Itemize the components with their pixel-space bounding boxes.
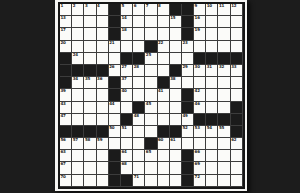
clue-number: 70 [61, 175, 66, 180]
clue-number: 35 [85, 77, 90, 82]
grid-cell[interactable] [84, 89, 96, 101]
grid-cell[interactable] [206, 28, 218, 40]
grid-cell[interactable] [145, 28, 157, 40]
grid-cell[interactable]: 38 [170, 77, 182, 89]
clue-number: 5 [121, 4, 124, 9]
grid-cell[interactable]: 60 [158, 138, 170, 150]
clue-number: 54 [207, 126, 212, 131]
grid-cell[interactable] [145, 16, 157, 28]
grid-cell[interactable]: 18 [121, 28, 133, 40]
clue-number: 63 [61, 150, 66, 155]
black-cell [182, 16, 194, 28]
clue-number: 8 [158, 4, 161, 9]
clue-number: 67 [61, 162, 66, 167]
clue-number: 3 [85, 4, 88, 9]
grid-cell[interactable]: 65 [145, 150, 157, 162]
black-cell [133, 102, 145, 114]
clue-number: 65 [146, 150, 151, 155]
grid-cell[interactable]: 69 [194, 162, 206, 174]
grid-cell[interactable] [218, 138, 230, 150]
grid-cell[interactable] [182, 138, 194, 150]
grid-cell[interactable] [145, 126, 157, 138]
clue-number: 47 [61, 114, 66, 119]
black-cell [182, 4, 194, 16]
grid-cell[interactable] [133, 41, 145, 53]
clue-number: 44 [109, 102, 114, 107]
grid-cell[interactable]: 26 [109, 65, 121, 77]
black-cell [109, 16, 121, 28]
grid-cell[interactable] [231, 77, 243, 89]
clue-number: 7 [146, 4, 149, 9]
grid-cell[interactable] [218, 102, 230, 114]
clue-number: 39 [61, 89, 66, 94]
grid-cell[interactable] [121, 41, 133, 53]
clue-number: 24 [73, 53, 78, 58]
clue-number: 13 [61, 16, 66, 21]
grid-cell[interactable] [170, 41, 182, 53]
grid-cell[interactable]: 2 [72, 4, 84, 16]
black-cell [109, 150, 121, 162]
grid-cell[interactable] [145, 175, 157, 187]
clue-number: 18 [121, 28, 126, 33]
grid-cell[interactable] [97, 41, 109, 53]
grid-cell[interactable] [97, 53, 109, 65]
grid-cell[interactable]: 43 [60, 102, 72, 114]
grid-cell[interactable] [206, 16, 218, 28]
grid-cell[interactable] [194, 41, 206, 53]
clue-number: 68 [121, 162, 126, 167]
grid-cell[interactable]: 40 [121, 89, 133, 101]
clue-number: 64 [121, 150, 126, 155]
grid-cell[interactable] [218, 41, 230, 53]
grid-cell[interactable] [97, 102, 109, 114]
black-cell [182, 102, 194, 114]
clue-number: 15 [170, 16, 175, 21]
grid-cell[interactable]: 72 [194, 175, 206, 187]
grid-cell[interactable]: 25 [145, 53, 157, 65]
black-cell [109, 28, 121, 40]
grid-cell[interactable]: 54 [206, 126, 218, 138]
grid-cell[interactable] [97, 28, 109, 40]
grid-cell[interactable] [218, 16, 230, 28]
grid-cell[interactable] [170, 53, 182, 65]
black-cell [109, 89, 121, 101]
grid-cell[interactable] [97, 162, 109, 174]
clue-number: 1 [61, 4, 64, 9]
grid-cell[interactable]: 52 [182, 126, 194, 138]
black-cell [121, 175, 133, 187]
grid-cell[interactable] [133, 162, 145, 174]
black-cell [182, 89, 194, 101]
clue-number: 72 [195, 175, 200, 180]
clue-number: 45 [146, 102, 151, 107]
grid-cell[interactable] [158, 114, 170, 126]
grid-cell[interactable] [231, 16, 243, 28]
grid-cell[interactable]: 24 [72, 53, 84, 65]
grid-cell[interactable]: 10 [206, 4, 218, 16]
grid-cell[interactable] [72, 102, 84, 114]
clue-number: 53 [195, 126, 200, 131]
grid-cell[interactable]: 3 [84, 4, 96, 16]
grid-cell[interactable]: 4 [97, 4, 109, 16]
grid-cell[interactable] [72, 41, 84, 53]
grid-cell[interactable]: 45 [145, 102, 157, 114]
grid-cell[interactable]: 50 [109, 126, 121, 138]
grid-cell[interactable]: 15 [170, 16, 182, 28]
grid-cell[interactable]: 29 [182, 65, 194, 77]
black-cell [231, 102, 243, 114]
clue-number: 69 [195, 162, 200, 167]
grid-cell[interactable]: 22 [158, 41, 170, 53]
crossword-grid: 1234567891011121314151617181920212223242… [58, 2, 245, 189]
grid-cell[interactable]: 58 [84, 138, 96, 150]
grid-cell[interactable] [145, 162, 157, 174]
grid-cell[interactable] [206, 175, 218, 187]
grid-cell[interactable] [158, 175, 170, 187]
grid-cell[interactable] [121, 102, 133, 114]
black-cell [60, 65, 72, 77]
grid-cell[interactable]: 46 [194, 102, 206, 114]
grid-cell[interactable]: 32 [218, 65, 230, 77]
grid-cell[interactable] [72, 16, 84, 28]
grid-cell[interactable] [72, 175, 84, 187]
grid-cell[interactable] [206, 77, 218, 89]
clue-number: 9 [195, 4, 198, 9]
grid-cell[interactable]: 62 [231, 138, 243, 150]
grid-cell[interactable]: 41 [158, 89, 170, 101]
grid-cell[interactable]: 33 [231, 65, 243, 77]
grid-cell[interactable] [158, 28, 170, 40]
clue-number: 10 [207, 4, 212, 9]
grid-cell[interactable] [84, 150, 96, 162]
clue-number: 57 [73, 138, 78, 143]
grid-cell[interactable]: 31 [206, 65, 218, 77]
clue-number: 30 [195, 65, 200, 70]
clue-number: 41 [158, 89, 163, 94]
clue-number: 6 [134, 4, 137, 9]
black-cell [109, 4, 121, 16]
grid-cell[interactable]: 51 [121, 126, 133, 138]
grid-cell[interactable] [145, 77, 157, 89]
grid-cell[interactable] [133, 89, 145, 101]
grid-cell[interactable] [218, 89, 230, 101]
grid-cell[interactable] [158, 162, 170, 174]
grid-cell[interactable]: 17 [60, 28, 72, 40]
grid-cell[interactable] [84, 41, 96, 53]
grid-cell[interactable] [158, 53, 170, 65]
grid-cell[interactable]: 47 [60, 114, 72, 126]
clue-number: 19 [195, 28, 200, 33]
clue-number: 51 [121, 126, 126, 131]
grid-cell[interactable] [97, 114, 109, 126]
black-cell [182, 175, 194, 187]
grid-cell[interactable]: 12 [231, 4, 243, 16]
clue-number: 42 [195, 89, 200, 94]
grid-cell[interactable]: 67 [60, 162, 72, 174]
grid-cell[interactable]: 48 [133, 114, 145, 126]
clue-number: 58 [85, 138, 90, 143]
grid-cell[interactable]: 44 [109, 102, 121, 114]
grid-cell[interactable]: 55 [218, 126, 230, 138]
grid-cell[interactable] [170, 162, 182, 174]
screenshot-root: 1234567891011121314151617181920212223242… [0, 0, 300, 193]
grid-cell[interactable] [72, 89, 84, 101]
grid-cell[interactable] [206, 138, 218, 150]
grid-cell[interactable]: 61 [170, 138, 182, 150]
clue-number: 55 [219, 126, 224, 131]
grid-cell[interactable] [97, 16, 109, 28]
grid-cell[interactable] [218, 77, 230, 89]
clue-number: 52 [182, 126, 187, 131]
grid-cell[interactable]: 34 [72, 77, 84, 89]
clue-number: 37 [121, 77, 126, 82]
clue-number: 56 [61, 138, 66, 143]
grid-cell[interactable]: 7 [145, 4, 157, 16]
grid-cell[interactable] [206, 41, 218, 53]
grid-cell[interactable] [182, 77, 194, 89]
grid-cell[interactable]: 8 [158, 4, 170, 16]
grid-cell[interactable] [170, 102, 182, 114]
clue-number: 20 [61, 41, 66, 46]
clue-number: 61 [170, 138, 175, 143]
grid-cell[interactable] [133, 77, 145, 89]
clue-number: 43 [61, 102, 66, 107]
clue-number: 28 [134, 65, 139, 70]
grid-cell[interactable] [170, 89, 182, 101]
grid-cell[interactable] [170, 175, 182, 187]
black-cell [182, 162, 194, 174]
clue-number: 17 [61, 28, 66, 33]
grid-cell[interactable] [158, 16, 170, 28]
grid-cell[interactable]: 6 [133, 4, 145, 16]
grid-cell[interactable] [84, 175, 96, 187]
grid-cell[interactable]: 23 [182, 41, 194, 53]
clue-number: 36 [97, 77, 102, 82]
puzzle-paper: 1234567891011121314151617181920212223242… [55, 0, 247, 191]
grid-cell[interactable]: 28 [133, 65, 145, 77]
clue-number: 27 [121, 65, 126, 70]
clue-number: 21 [109, 41, 114, 46]
grid-cell[interactable]: 21 [109, 41, 121, 53]
grid-cell[interactable]: 35 [84, 77, 96, 89]
grid-cell[interactable] [231, 150, 243, 162]
clue-number: 23 [182, 41, 187, 46]
grid-cell[interactable] [145, 89, 157, 101]
grid-cell[interactable]: 68 [121, 162, 133, 174]
black-cell [109, 77, 121, 89]
grid-cell[interactable] [206, 102, 218, 114]
clue-number: 33 [231, 65, 236, 70]
grid-cell[interactable] [133, 150, 145, 162]
grid-cell[interactable] [133, 16, 145, 28]
grid-cell[interactable]: 57 [72, 138, 84, 150]
clue-number: 49 [182, 114, 187, 119]
black-cell [145, 41, 157, 53]
clue-number: 22 [158, 41, 163, 46]
clue-number: 50 [109, 126, 114, 131]
grid-cell[interactable] [133, 28, 145, 40]
grid-cell[interactable] [84, 114, 96, 126]
clue-number: 66 [195, 150, 200, 155]
clue-number: 34 [73, 77, 78, 82]
grid-cell[interactable] [72, 28, 84, 40]
grid-cell[interactable] [84, 102, 96, 114]
black-cell [60, 53, 72, 65]
black-cell [182, 150, 194, 162]
clue-number: 71 [134, 175, 139, 180]
grid-cell[interactable] [84, 16, 96, 28]
grid-cell[interactable] [231, 175, 243, 187]
grid-cell[interactable]: 36 [97, 77, 109, 89]
clue-number: 2 [73, 4, 76, 9]
grid-cell[interactable] [145, 114, 157, 126]
clue-number: 16 [195, 16, 200, 21]
grid-cell[interactable]: 59 [97, 138, 109, 150]
clue-number: 31 [207, 65, 212, 70]
grid-cell[interactable]: 30 [194, 65, 206, 77]
clue-number: 40 [121, 89, 126, 94]
black-cell [231, 114, 243, 126]
grid-cell[interactable] [170, 114, 182, 126]
grid-cell[interactable] [158, 150, 170, 162]
grid-cell[interactable]: 19 [194, 28, 206, 40]
grid-cell[interactable] [231, 28, 243, 40]
grid-cell[interactable]: 70 [60, 175, 72, 187]
grid-cell[interactable] [231, 41, 243, 53]
grid-cell[interactable] [84, 53, 96, 65]
grid-cell[interactable] [133, 126, 145, 138]
clue-number: 14 [121, 16, 126, 21]
clue-number: 59 [97, 138, 102, 143]
grid-cell[interactable]: 20 [60, 41, 72, 53]
clue-number: 26 [109, 65, 114, 70]
grid-cell[interactable] [206, 162, 218, 174]
grid-cell[interactable] [84, 162, 96, 174]
grid-cell[interactable] [109, 138, 121, 150]
grid-cell[interactable] [218, 150, 230, 162]
clue-number: 11 [219, 4, 224, 9]
grid-cell[interactable] [231, 89, 243, 101]
grid-cell[interactable] [72, 150, 84, 162]
clue-number: 4 [97, 4, 100, 9]
grid-cell[interactable]: 11 [218, 4, 230, 16]
grid-cell[interactable] [218, 28, 230, 40]
grid-cell[interactable]: 53 [194, 126, 206, 138]
clue-number: 38 [170, 77, 175, 82]
grid-cell[interactable] [170, 28, 182, 40]
grid-cell[interactable] [158, 102, 170, 114]
clue-number: 25 [146, 53, 151, 58]
grid-cell[interactable] [218, 162, 230, 174]
grid-cell[interactable] [206, 89, 218, 101]
grid-cell[interactable] [218, 175, 230, 187]
black-cell [109, 162, 121, 174]
grid-cell[interactable]: 71 [133, 175, 145, 187]
clue-number: 48 [134, 114, 139, 119]
grid-cell[interactable] [206, 150, 218, 162]
black-cell [109, 175, 121, 187]
grid-cell[interactable] [97, 89, 109, 101]
grid-cell[interactable] [97, 150, 109, 162]
grid-cell[interactable]: 42 [194, 89, 206, 101]
grid-cell[interactable] [133, 138, 145, 150]
clue-number: 60 [158, 138, 163, 143]
grid-cell[interactable] [72, 114, 84, 126]
grid-cell[interactable] [145, 65, 157, 77]
grid-cell[interactable] [72, 162, 84, 174]
black-cell [182, 28, 194, 40]
grid-cell[interactable] [170, 150, 182, 162]
grid-cell[interactable] [231, 162, 243, 174]
clue-number: 46 [195, 102, 200, 107]
grid-cell[interactable]: 39 [60, 89, 72, 101]
grid-cell[interactable] [84, 28, 96, 40]
clue-number: 32 [219, 65, 224, 70]
clue-number: 29 [182, 65, 187, 70]
grid-cell[interactable] [97, 175, 109, 187]
clue-number: 12 [231, 4, 236, 9]
grid-cell[interactable] [158, 65, 170, 77]
clue-number: 62 [231, 138, 236, 143]
